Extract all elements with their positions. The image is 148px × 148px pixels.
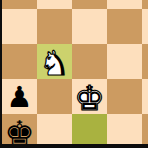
square-d3[interactable] — [107, 44, 142, 79]
square-c1[interactable] — [72, 114, 107, 148]
square-b2[interactable] — [37, 79, 72, 114]
square-b5[interactable] — [37, 0, 72, 9]
square-e3[interactable] — [142, 44, 148, 79]
square-a5[interactable] — [2, 0, 37, 9]
square-d2[interactable] — [107, 79, 142, 114]
square-a3[interactable] — [2, 44, 37, 79]
square-c5[interactable] — [72, 0, 107, 9]
board: ♞♟♚♚ — [2, 0, 148, 148]
square-d4[interactable] — [107, 9, 142, 44]
square-a2[interactable]: ♟ — [2, 79, 37, 114]
square-b1[interactable] — [37, 114, 72, 148]
board-left-edge — [0, 0, 2, 148]
white-knight-piece[interactable]: ♞ — [39, 46, 69, 80]
square-d5[interactable] — [107, 0, 142, 9]
square-e4[interactable] — [142, 9, 148, 44]
square-c3[interactable] — [72, 44, 107, 79]
square-e5[interactable] — [142, 0, 148, 9]
square-e1[interactable] — [142, 114, 148, 148]
chess-board-viewport: ♞♟♚♚ — [0, 0, 148, 148]
square-d1[interactable] — [107, 114, 142, 148]
square-b3[interactable]: ♞ — [37, 44, 72, 79]
square-b4[interactable] — [37, 9, 72, 44]
square-c4[interactable] — [72, 9, 107, 44]
black-pawn-piece[interactable]: ♟ — [7, 83, 33, 112]
square-e2[interactable] — [142, 79, 148, 114]
square-a1[interactable]: ♚ — [2, 114, 37, 148]
white-king-piece[interactable]: ♚ — [74, 81, 104, 115]
square-c2[interactable]: ♚ — [72, 79, 107, 114]
square-a4[interactable] — [2, 9, 37, 44]
board-bottom-edge — [0, 144, 148, 148]
